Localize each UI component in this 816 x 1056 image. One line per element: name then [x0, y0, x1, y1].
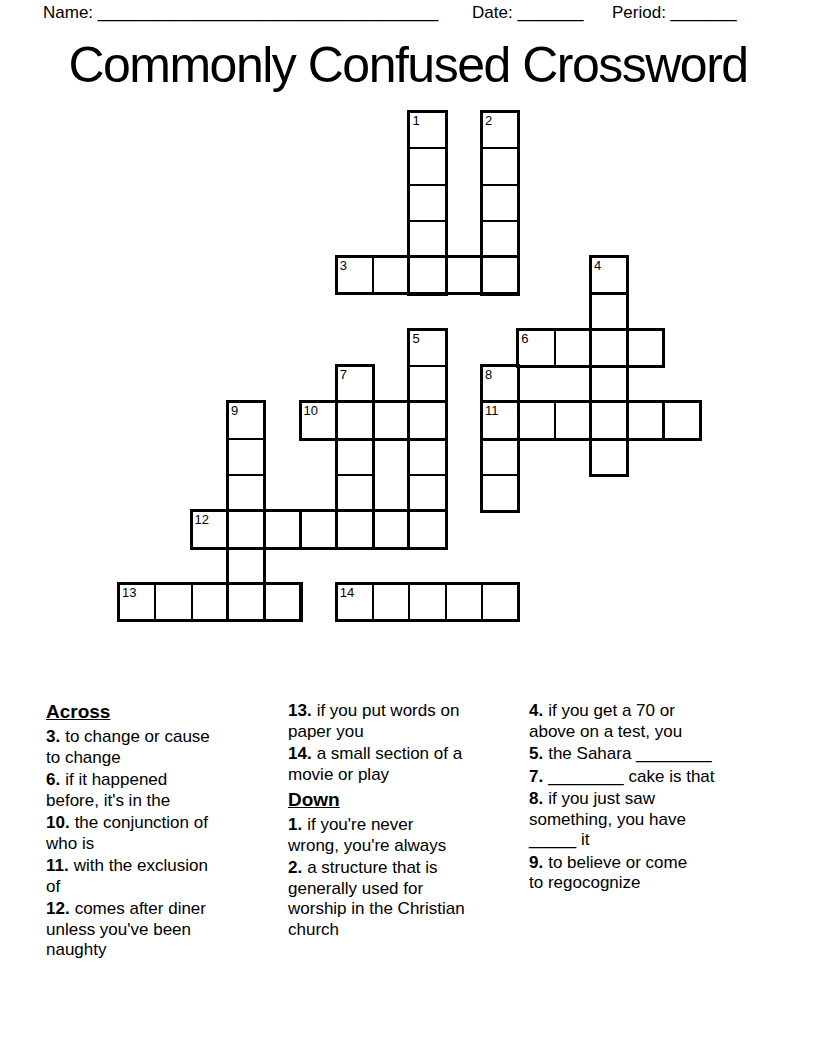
clue-number-3: 3 [338, 258, 372, 272]
clue-down-1: 1.if you're never wrong, you're always [288, 815, 526, 856]
grid-cell-r13c4[interactable] [263, 583, 301, 621]
clue-down-7: 7.________ cake is that [529, 767, 767, 788]
clue-number-label: 6. [46, 770, 60, 789]
grid-cell-r3c8[interactable] [408, 220, 446, 258]
grid-cell-r8c15[interactable] [663, 401, 701, 439]
grid-cell-r13c1[interactable] [154, 583, 192, 621]
clue-across-3: 3.to change or cause to change [46, 727, 284, 768]
clue-text: ________ cake is that [548, 767, 714, 786]
grid-cell-r8c12[interactable] [554, 401, 592, 439]
name-label: Name: [43, 3, 93, 22]
clue-across-10: 10.the conjunction of who is [46, 813, 284, 854]
clue-number-13: 13 [120, 585, 154, 599]
grid-cell-r3c10[interactable] [481, 220, 519, 258]
date-label: Date: [472, 3, 513, 22]
grid-cell-r10c6[interactable] [336, 474, 374, 512]
grid-cell-r0c8[interactable]: 1 [408, 111, 446, 149]
grid-cell-r13c0[interactable]: 13 [118, 583, 156, 621]
grid-cell-r10c3[interactable] [227, 474, 265, 512]
grid-cell-r11c8[interactable] [408, 510, 446, 548]
grid-cell-r1c8[interactable] [408, 147, 446, 185]
grid-cell-r4c13[interactable]: 4 [590, 256, 628, 294]
grid-cell-r11c3[interactable] [227, 510, 265, 548]
clue-text: the Sahara ________ [548, 744, 712, 763]
grid-cell-r13c7[interactable] [372, 583, 410, 621]
clue-number-6: 6 [519, 331, 553, 345]
clue-number-label: 10. [46, 813, 70, 832]
grid-cell-r6c8[interactable]: 5 [408, 329, 446, 367]
grid-cell-r11c5[interactable] [300, 510, 338, 548]
clue-number-label: 1. [288, 815, 302, 834]
clue-number-4: 4 [592, 258, 626, 272]
clue-across-11: 11.with the exclusion of [46, 856, 284, 897]
clue-text: if it happened before, it's in the [46, 770, 170, 810]
grid-cell-r8c7[interactable] [372, 401, 410, 439]
grid-cell-r6c11[interactable]: 6 [517, 329, 555, 367]
clue-number-label: 11. [46, 856, 69, 875]
clue-number-9: 9 [229, 403, 263, 417]
crossword-grid: 1234567891011121314 [118, 111, 701, 622]
clue-text: if you just saw something, you have ____… [529, 789, 686, 849]
clue-text: if you get a 70 or above on a test, you [529, 701, 682, 741]
clue-number-12: 12 [193, 512, 227, 526]
grid-cell-r4c10[interactable] [481, 256, 519, 294]
clue-number-label: 12. [46, 899, 70, 918]
clue-number-2: 2 [483, 113, 517, 127]
grid-cell-r8c3[interactable]: 9 [227, 401, 265, 439]
clue-text: to change or cause to change [46, 727, 210, 767]
grid-cell-r5c13[interactable] [590, 293, 628, 331]
grid-cell-r10c8[interactable] [408, 474, 446, 512]
clue-column-2: 13.if you put words on paper you14.a sma… [288, 701, 526, 942]
grid-cell-r8c6[interactable] [336, 401, 374, 439]
grid-cell-r8c11[interactable] [517, 401, 555, 439]
clue-across-12: 12.comes after diner unless you've been … [46, 899, 284, 961]
grid-cell-r8c5[interactable]: 10 [300, 401, 338, 439]
clue-number-5: 5 [410, 331, 444, 345]
grid-cell-r9c6[interactable] [336, 438, 374, 476]
period-field: Period: _______ [612, 3, 737, 23]
grid-cell-r13c9[interactable] [445, 583, 483, 621]
grid-cell-r9c13[interactable] [590, 438, 628, 476]
grid-cell-r13c3[interactable] [227, 583, 265, 621]
clue-number-label: 5. [529, 744, 543, 763]
clue-down-5: 5.the Sahara ________ [529, 744, 767, 765]
clue-text: the conjunction of who is [46, 813, 208, 853]
name-blank: ____________________________________ [98, 3, 438, 22]
grid-cell-r9c3[interactable] [227, 438, 265, 476]
grid-cell-r13c8[interactable] [408, 583, 446, 621]
clue-number-label: 4. [529, 701, 543, 720]
clue-number-11: 11 [483, 403, 517, 417]
grid-cell-r4c7[interactable] [372, 256, 410, 294]
grid-cell-r7c13[interactable] [590, 365, 628, 403]
grid-cell-r11c4[interactable] [263, 510, 301, 548]
period-blank: _______ [671, 3, 737, 22]
name-field: Name: __________________________________… [43, 3, 438, 23]
grid-cell-r4c9[interactable] [445, 256, 483, 294]
grid-cell-r8c8[interactable] [408, 401, 446, 439]
clue-column-3: 4.if you get a 70 or above on a test, yo… [529, 701, 767, 896]
clue-down-4: 4.if you get a 70 or above on a test, yo… [529, 701, 767, 742]
clue-number-10: 10 [302, 403, 336, 417]
period-label: Period: [612, 3, 666, 22]
grid-cell-r13c2[interactable] [191, 583, 229, 621]
clue-down-2: 2.a structure that is generally used for… [288, 858, 526, 940]
clue-number-label: 14. [288, 744, 312, 763]
grid-cell-r6c13[interactable] [590, 329, 628, 367]
clue-text: with the exclusion of [46, 856, 208, 896]
grid-cell-r13c6[interactable]: 14 [336, 583, 374, 621]
grid-cell-r11c7[interactable] [372, 510, 410, 548]
grid-cell-r2c8[interactable] [408, 184, 446, 222]
grid-cell-r13c10[interactable] [481, 583, 519, 621]
clue-across-6: 6.if it happened before, it's in the [46, 770, 284, 811]
clue-across-13: 13.if you put words on paper you [288, 701, 526, 742]
clue-number-label: 8. [529, 789, 543, 808]
grid-cell-r8c13[interactable] [590, 401, 628, 439]
grid-cell-r7c8[interactable] [408, 365, 446, 403]
clue-number-label: 3. [46, 727, 60, 746]
clue-down-8: 8.if you just saw something, you have __… [529, 789, 767, 851]
grid-cell-r10c10[interactable] [481, 474, 519, 512]
grid-cell-r7c10[interactable]: 8 [481, 365, 519, 403]
grid-cell-r7c6[interactable]: 7 [336, 365, 374, 403]
grid-cell-r2c10[interactable] [481, 184, 519, 222]
down-heading: Down [288, 789, 526, 811]
grid-cell-r9c10[interactable] [481, 438, 519, 476]
date-field: Date: _______ [472, 3, 584, 23]
clue-number-14: 14 [338, 585, 372, 599]
clue-down-9: 9.to believe or come to regocognize [529, 853, 767, 894]
clue-column-1: Across3.to change or cause to change6.if… [46, 701, 284, 963]
grid-cell-r12c3[interactable] [227, 547, 265, 585]
grid-cell-r11c2[interactable]: 12 [191, 510, 229, 548]
date-blank: _______ [517, 3, 583, 22]
clue-number-label: 9. [529, 853, 543, 872]
grid-cell-r0c10[interactable]: 2 [481, 111, 519, 149]
grid-cell-r4c8[interactable] [408, 256, 446, 294]
grid-cell-r8c14[interactable] [626, 401, 664, 439]
clue-text: a small section of a movie or play [288, 744, 462, 784]
grid-cell-r9c8[interactable] [408, 438, 446, 476]
grid-cell-r11c6[interactable] [336, 510, 374, 548]
clue-number-label: 2. [288, 858, 302, 877]
grid-cell-r6c12[interactable] [554, 329, 592, 367]
clue-number-8: 8 [483, 367, 517, 381]
clue-text: if you put words on paper you [288, 701, 459, 741]
clue-text: to believe or come to regocognize [529, 853, 687, 893]
clue-number-1: 1 [410, 113, 444, 127]
grid-cell-r8c10[interactable]: 11 [481, 401, 519, 439]
grid-cell-r6c14[interactable] [626, 329, 664, 367]
grid-cell-r1c10[interactable] [481, 147, 519, 185]
grid-cell-r4c6[interactable]: 3 [336, 256, 374, 294]
clue-number-label: 7. [529, 767, 543, 786]
clue-number-label: 13. [288, 701, 312, 720]
across-heading: Across [46, 701, 284, 723]
page-title: Commonly Confused Crossword [0, 38, 816, 92]
clue-across-14: 14.a small section of a movie or play [288, 744, 526, 785]
clue-number-7: 7 [338, 367, 372, 381]
clue-text: if you're never wrong, you're always [288, 815, 446, 855]
clue-text: a structure that is generally used for w… [288, 858, 465, 939]
